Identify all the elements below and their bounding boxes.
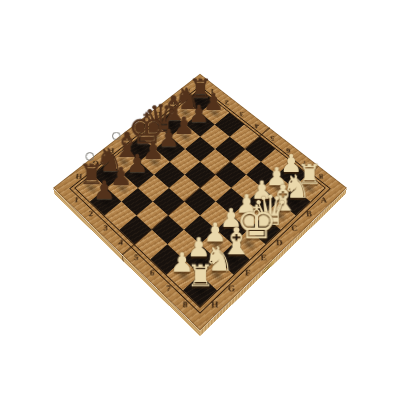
piece-white-rook-h8[interactable]: ♜: [186, 261, 210, 292]
piece-black-pawn-h2[interactable]: ♟: [93, 178, 115, 203]
file-label: B: [165, 95, 180, 111]
board-grid: ♜♟♟♜♞♟♟♞♝♟♟♝♛♟♟♛♚♟♟♚♝♟♟♝♞♟♟♞♜♟♟♜: [76, 90, 325, 307]
rank-label: 2: [217, 97, 238, 109]
product-photo-scene: 12345678 12345678 ABCDEFGH ABCDEFGH ♜♟♟♜…: [0, 0, 400, 400]
rank-label: 5: [262, 132, 284, 145]
file-label: D: [135, 118, 151, 135]
rank-label: 3: [231, 108, 252, 120]
file-label: A: [180, 83, 195, 99]
file-label: C: [150, 106, 166, 123]
rank-label: 6: [277, 144, 299, 157]
rank-label: 4: [246, 120, 267, 132]
file-label: E: [119, 130, 135, 147]
chess-board: 12345678 12345678 ABCDEFGH ABCDEFGH ♜♟♟♜…: [53, 74, 347, 331]
file-label: F: [103, 142, 120, 160]
rank-label: 1: [202, 86, 222, 98]
